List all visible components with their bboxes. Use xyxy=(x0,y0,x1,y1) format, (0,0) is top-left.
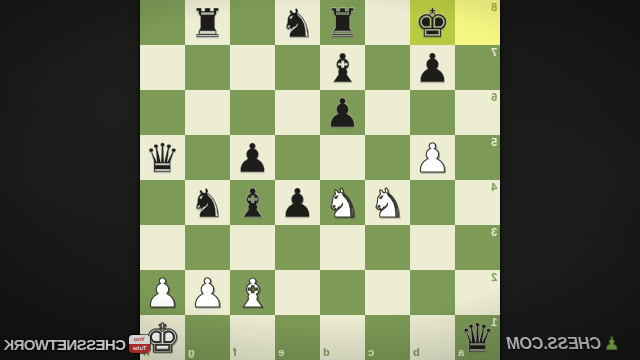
square-c4[interactable]: ♞ xyxy=(365,180,410,225)
piece-black-rook[interactable]: ♜ xyxy=(185,0,230,45)
piece-black-pawn[interactable]: ♟ xyxy=(230,135,275,180)
chesscom-watermark: ♟ CHESS.COM xyxy=(507,334,620,353)
piece-black-knight[interactable]: ♞ xyxy=(185,180,230,225)
square-c7[interactable] xyxy=(365,45,410,90)
piece-black-knight[interactable]: ♞ xyxy=(275,0,320,45)
square-b3[interactable] xyxy=(410,225,455,270)
square-a7[interactable]: 7 xyxy=(455,45,500,90)
file-label-d: d xyxy=(323,347,330,358)
piece-white-bishop[interactable]: ♝ xyxy=(230,270,275,315)
youtube-icon: You Tube xyxy=(129,335,150,353)
square-d2[interactable] xyxy=(320,270,365,315)
square-g7[interactable] xyxy=(185,45,230,90)
square-f3[interactable] xyxy=(230,225,275,270)
square-b1[interactable]: b xyxy=(410,315,455,360)
chesscom-label: CHESS.COM xyxy=(507,335,601,353)
square-g3[interactable] xyxy=(185,225,230,270)
chesscom-pawn-icon: ♟ xyxy=(603,334,620,353)
video-frame: ♜♞♜♚8♝♟7♟6♛♟♟5♞♝♟♞♞43♟♟♝2♚hgfedcb♛1a You… xyxy=(0,0,640,360)
file-label-e: e xyxy=(278,347,284,358)
chessnetwork-label: CHESSNETWORK xyxy=(4,336,126,353)
square-e1[interactable]: e xyxy=(275,315,320,360)
piece-black-king[interactable]: ♚ xyxy=(410,0,455,45)
square-b2[interactable] xyxy=(410,270,455,315)
file-label-b: b xyxy=(413,347,420,358)
square-e7[interactable] xyxy=(275,45,320,90)
rank-label-6: 6 xyxy=(491,92,497,103)
piece-black-pawn[interactable]: ♟ xyxy=(275,180,320,225)
square-c2[interactable] xyxy=(365,270,410,315)
square-c1[interactable]: c xyxy=(365,315,410,360)
chessnetwork-watermark: You Tube CHESSNETWORK xyxy=(4,334,150,354)
piece-black-pawn[interactable]: ♟ xyxy=(410,45,455,90)
chess-board: ♜♞♜♚8♝♟7♟6♛♟♟5♞♝♟♞♞43♟♟♝2♚hgfedcb♛1a xyxy=(140,0,500,360)
square-a6[interactable]: 6 xyxy=(455,90,500,135)
square-e8[interactable]: ♞ xyxy=(275,0,320,45)
square-a5[interactable]: 5 xyxy=(455,135,500,180)
piece-white-knight[interactable]: ♞ xyxy=(320,180,365,225)
square-h8[interactable] xyxy=(140,0,185,45)
square-g6[interactable] xyxy=(185,90,230,135)
square-d5[interactable] xyxy=(320,135,365,180)
youtube-icon-top-label: You xyxy=(129,335,150,344)
square-e6[interactable] xyxy=(275,90,320,135)
square-h3[interactable] xyxy=(140,225,185,270)
rank-label-2: 2 xyxy=(491,272,497,283)
square-b7[interactable]: ♟ xyxy=(410,45,455,90)
file-label-c: c xyxy=(368,347,374,358)
square-f6[interactable] xyxy=(230,90,275,135)
square-h2[interactable]: ♟ xyxy=(140,270,185,315)
square-d1[interactable]: d xyxy=(320,315,365,360)
square-b8[interactable]: ♚ xyxy=(410,0,455,45)
square-c5[interactable] xyxy=(365,135,410,180)
piece-white-pawn[interactable]: ♟ xyxy=(410,135,455,180)
rank-label-8: 8 xyxy=(491,2,497,13)
square-g4[interactable]: ♞ xyxy=(185,180,230,225)
square-g8[interactable]: ♜ xyxy=(185,0,230,45)
square-d6[interactable]: ♟ xyxy=(320,90,365,135)
square-g2[interactable]: ♟ xyxy=(185,270,230,315)
square-f2[interactable]: ♝ xyxy=(230,270,275,315)
square-c8[interactable] xyxy=(365,0,410,45)
square-d7[interactable]: ♝ xyxy=(320,45,365,90)
square-h4[interactable] xyxy=(140,180,185,225)
square-g1[interactable]: g xyxy=(185,315,230,360)
square-f1[interactable]: f xyxy=(230,315,275,360)
square-h6[interactable] xyxy=(140,90,185,135)
rank-label-3: 3 xyxy=(491,227,497,238)
square-a2[interactable]: 2 xyxy=(455,270,500,315)
square-d8[interactable]: ♜ xyxy=(320,0,365,45)
square-e3[interactable] xyxy=(275,225,320,270)
file-label-g: g xyxy=(188,347,195,358)
file-label-f: f xyxy=(233,347,237,358)
square-a4[interactable]: 4 xyxy=(455,180,500,225)
square-d4[interactable]: ♞ xyxy=(320,180,365,225)
rank-label-5: 5 xyxy=(491,137,497,148)
square-f7[interactable] xyxy=(230,45,275,90)
rank-label-7: 7 xyxy=(491,47,497,58)
piece-black-rook[interactable]: ♜ xyxy=(320,0,365,45)
square-b5[interactable]: ♟ xyxy=(410,135,455,180)
piece-white-pawn[interactable]: ♟ xyxy=(185,270,230,315)
piece-white-pawn[interactable]: ♟ xyxy=(140,270,185,315)
rank-label-4: 4 xyxy=(491,182,497,193)
youtube-icon-bottom-label: Tube xyxy=(129,344,150,353)
square-f5[interactable]: ♟ xyxy=(230,135,275,180)
square-h5[interactable]: ♛ xyxy=(140,135,185,180)
square-a1[interactable]: ♛1a xyxy=(455,315,500,360)
square-b4[interactable] xyxy=(410,180,455,225)
rank-label-1: 1 xyxy=(491,317,497,328)
square-c3[interactable] xyxy=(365,225,410,270)
square-a3[interactable]: 3 xyxy=(455,225,500,270)
piece-black-queen[interactable]: ♛ xyxy=(140,135,185,180)
square-e4[interactable]: ♟ xyxy=(275,180,320,225)
piece-white-knight[interactable]: ♞ xyxy=(365,180,410,225)
piece-black-bishop[interactable]: ♝ xyxy=(320,45,365,90)
piece-black-pawn[interactable]: ♟ xyxy=(320,90,365,135)
file-label-a: a xyxy=(458,347,464,358)
square-b6[interactable] xyxy=(410,90,455,135)
square-f8[interactable] xyxy=(230,0,275,45)
square-f4[interactable]: ♝ xyxy=(230,180,275,225)
square-e2[interactable] xyxy=(275,270,320,315)
square-h7[interactable] xyxy=(140,45,185,90)
piece-black-bishop[interactable]: ♝ xyxy=(230,180,275,225)
square-a8[interactable]: 8 xyxy=(455,0,500,45)
square-c6[interactable] xyxy=(365,90,410,135)
square-d3[interactable] xyxy=(320,225,365,270)
square-g5[interactable] xyxy=(185,135,230,180)
square-e5[interactable] xyxy=(275,135,320,180)
